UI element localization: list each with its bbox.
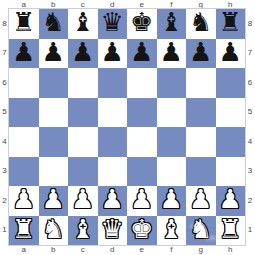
square-a2[interactable]: ♟ [9, 186, 39, 216]
square-h6[interactable] [216, 68, 246, 98]
square-b1[interactable]: ♞ [39, 216, 69, 246]
piece-white-bishop[interactable]: ♝ [71, 216, 94, 244]
square-e6[interactable] [127, 68, 157, 98]
file-labels-top: abcdefgh [9, 0, 245, 9]
square-c3[interactable] [68, 157, 98, 187]
square-d7[interactable]: ♟ [98, 39, 128, 69]
piece-white-pawn[interactable]: ♟ [101, 186, 124, 214]
square-f1[interactable]: ♝ [157, 216, 187, 246]
file-label-e: e [127, 245, 157, 255]
piece-black-pawn[interactable]: ♟ [101, 39, 124, 67]
square-f3[interactable] [157, 157, 187, 187]
square-e7[interactable]: ♟ [127, 39, 157, 69]
square-c4[interactable] [68, 127, 98, 157]
square-d3[interactable] [98, 157, 128, 187]
square-e3[interactable] [127, 157, 157, 187]
piece-black-pawn[interactable]: ♟ [71, 39, 94, 67]
piece-white-pawn[interactable]: ♟ [42, 186, 65, 214]
square-b3[interactable] [39, 157, 69, 187]
rank-label-5: 5 [245, 98, 255, 128]
file-label-d: d [98, 245, 128, 255]
square-g7[interactable]: ♟ [186, 39, 216, 69]
square-h8[interactable]: ♜ [216, 9, 246, 39]
square-h7[interactable]: ♟ [216, 39, 246, 69]
square-f8[interactable]: ♝ [157, 9, 187, 39]
rank-label-2: 2 [245, 186, 255, 216]
piece-white-pawn[interactable]: ♟ [189, 186, 212, 214]
square-a6[interactable] [9, 68, 39, 98]
square-f4[interactable] [157, 127, 187, 157]
piece-white-queen[interactable]: ♛ [101, 216, 124, 244]
square-c1[interactable]: ♝ [68, 216, 98, 246]
square-a1[interactable]: ♜ [9, 216, 39, 246]
piece-black-king[interactable]: ♚ [130, 9, 153, 37]
square-g4[interactable] [186, 127, 216, 157]
square-c2[interactable]: ♟ [68, 186, 98, 216]
piece-white-bishop[interactable]: ♝ [160, 216, 183, 244]
piece-white-pawn[interactable]: ♟ [160, 186, 183, 214]
square-c8[interactable]: ♝ [68, 9, 98, 39]
square-e1[interactable]: ♚ [127, 216, 157, 246]
file-label-b: b [39, 245, 69, 255]
rank-label-6: 6 [0, 68, 9, 98]
file-label-a: a [9, 245, 39, 255]
square-a5[interactable] [9, 98, 39, 128]
square-d2[interactable]: ♟ [98, 186, 128, 216]
square-a3[interactable] [9, 157, 39, 187]
square-h1[interactable]: ♜ [216, 216, 246, 246]
rank-label-8: 8 [245, 9, 255, 39]
square-d5[interactable] [98, 98, 128, 128]
file-label-e: e [127, 0, 157, 9]
square-g5[interactable] [186, 98, 216, 128]
square-f7[interactable]: ♟ [157, 39, 187, 69]
piece-black-pawn[interactable]: ♟ [160, 39, 183, 67]
rank-label-1: 1 [245, 216, 255, 246]
square-f6[interactable] [157, 68, 187, 98]
piece-white-pawn[interactable]: ♟ [219, 186, 242, 214]
piece-black-pawn[interactable]: ♟ [130, 39, 153, 67]
rank-label-5: 5 [0, 98, 9, 128]
piece-white-rook[interactable]: ♜ [12, 216, 35, 244]
file-label-d: d [98, 0, 128, 9]
piece-white-knight[interactable]: ♞ [189, 216, 212, 244]
rank-labels-left: 87654321 [0, 9, 9, 245]
square-g1[interactable]: ♞ [186, 216, 216, 246]
file-label-f: f [157, 0, 187, 9]
square-b7[interactable]: ♟ [39, 39, 69, 69]
square-d8[interactable]: ♛ [98, 9, 128, 39]
square-d4[interactable] [98, 127, 128, 157]
square-f5[interactable] [157, 98, 187, 128]
piece-black-pawn[interactable]: ♟ [189, 39, 212, 67]
piece-black-knight[interactable]: ♞ [189, 9, 212, 37]
square-b4[interactable] [39, 127, 69, 157]
square-d6[interactable] [98, 68, 128, 98]
piece-white-knight[interactable]: ♞ [42, 216, 65, 244]
rank-label-3: 3 [245, 157, 255, 187]
piece-white-pawn[interactable]: ♟ [130, 186, 153, 214]
square-e2[interactable]: ♟ [127, 186, 157, 216]
square-b6[interactable] [39, 68, 69, 98]
rank-label-8: 8 [0, 9, 9, 39]
piece-black-queen[interactable]: ♛ [101, 9, 124, 37]
rank-labels-right: 87654321 [245, 9, 255, 245]
piece-black-knight[interactable]: ♞ [42, 9, 65, 37]
piece-black-bishop[interactable]: ♝ [71, 9, 94, 37]
square-d1[interactable]: ♛ [98, 216, 128, 246]
square-g8[interactable]: ♞ [186, 9, 216, 39]
piece-black-bishop[interactable]: ♝ [160, 9, 183, 37]
piece-black-pawn[interactable]: ♟ [42, 39, 65, 67]
file-label-a: a [9, 0, 39, 9]
square-c5[interactable] [68, 98, 98, 128]
square-a7[interactable]: ♟ [9, 39, 39, 69]
square-f2[interactable]: ♟ [157, 186, 187, 216]
square-b8[interactable]: ♞ [39, 9, 69, 39]
square-c7[interactable]: ♟ [68, 39, 98, 69]
piece-white-king[interactable]: ♚ [130, 216, 153, 244]
piece-black-pawn[interactable]: ♟ [219, 39, 242, 67]
rank-label-4: 4 [0, 127, 9, 157]
piece-black-rook[interactable]: ♜ [219, 9, 242, 37]
piece-white-pawn[interactable]: ♟ [71, 186, 94, 214]
rank-label-4: 4 [245, 127, 255, 157]
square-b5[interactable] [39, 98, 69, 128]
file-label-c: c [68, 245, 98, 255]
rank-label-6: 6 [245, 68, 255, 98]
square-g2[interactable]: ♟ [186, 186, 216, 216]
file-label-h: h [216, 0, 246, 9]
rank-label-2: 2 [0, 186, 9, 216]
piece-white-rook[interactable]: ♜ [219, 216, 242, 244]
chess-board-frame: abcdefgh 87654321 ♜♞♝♛♚♝♞♜♟♟♟♟♟♟♟♟♟♟♟♟♟♟… [0, 0, 255, 255]
square-e4[interactable] [127, 127, 157, 157]
square-e8[interactable]: ♚ [127, 9, 157, 39]
square-a4[interactable] [9, 127, 39, 157]
piece-black-pawn[interactable]: ♟ [12, 39, 35, 67]
rank-label-7: 7 [0, 39, 9, 69]
file-label-g: g [186, 0, 216, 9]
square-a8[interactable]: ♜ [9, 9, 39, 39]
piece-white-pawn[interactable]: ♟ [12, 186, 35, 214]
square-b2[interactable]: ♟ [39, 186, 69, 216]
file-labels-bottom: abcdefgh [9, 245, 245, 255]
file-label-b: b [39, 0, 69, 9]
file-label-c: c [68, 0, 98, 9]
square-e5[interactable] [127, 98, 157, 128]
square-h5[interactable] [216, 98, 246, 128]
rank-label-7: 7 [245, 39, 255, 69]
chess-board: ♜♞♝♛♚♝♞♜♟♟♟♟♟♟♟♟♟♟♟♟♟♟♟♟♜♞♝♛♚♝♞♜ [9, 9, 245, 245]
square-c6[interactable] [68, 68, 98, 98]
square-h3[interactable] [216, 157, 246, 187]
square-g3[interactable] [186, 157, 216, 187]
file-label-f: f [157, 245, 187, 255]
piece-black-rook[interactable]: ♜ [12, 9, 35, 37]
square-g6[interactable] [186, 68, 216, 98]
file-label-g: g [186, 245, 216, 255]
rank-label-3: 3 [0, 157, 9, 187]
rank-label-1: 1 [0, 216, 9, 246]
square-h4[interactable] [216, 127, 246, 157]
file-label-h: h [216, 245, 246, 255]
square-h2[interactable]: ♟ [216, 186, 246, 216]
